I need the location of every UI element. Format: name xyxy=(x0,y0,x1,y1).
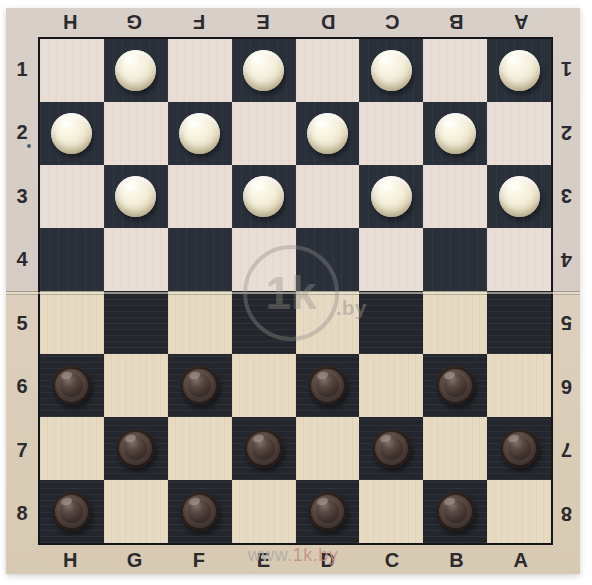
square-b8[interactable] xyxy=(423,480,487,543)
square-g8[interactable] xyxy=(104,480,168,543)
file-label-top-a: A xyxy=(489,8,553,37)
file-label-top-g: G xyxy=(102,8,166,37)
black-checker-a7[interactable] xyxy=(500,429,539,468)
white-checker-e1[interactable] xyxy=(243,50,284,91)
square-f4[interactable] xyxy=(168,228,232,291)
square-g1[interactable] xyxy=(104,39,168,102)
white-checker-h2[interactable] xyxy=(51,113,92,154)
square-g7[interactable] xyxy=(104,417,168,480)
square-a7[interactable] xyxy=(487,417,551,480)
rank-label-left-3: 3 xyxy=(6,164,38,228)
rank-label-left-5: 5 xyxy=(6,291,38,355)
square-h5[interactable] xyxy=(40,291,104,354)
square-f3[interactable] xyxy=(168,165,232,228)
square-g2[interactable] xyxy=(104,102,168,165)
square-e6[interactable] xyxy=(232,354,296,417)
square-d2[interactable] xyxy=(296,102,360,165)
square-c2[interactable] xyxy=(359,102,423,165)
square-b3[interactable] xyxy=(423,165,487,228)
square-f6[interactable] xyxy=(168,354,232,417)
photo-background: HGFEDCBA HGFEDCBA 12345678 12345678 1k .… xyxy=(0,0,592,585)
black-checker-d6[interactable] xyxy=(308,366,347,405)
ink-dot-mark xyxy=(27,144,31,148)
white-checker-a1[interactable] xyxy=(499,50,540,91)
file-label-top-f: F xyxy=(167,8,231,37)
square-h2[interactable] xyxy=(40,102,104,165)
watermark-url-prefix: www. xyxy=(248,545,293,565)
square-g5[interactable] xyxy=(104,291,168,354)
square-e2[interactable] xyxy=(232,102,296,165)
file-label-top-c: C xyxy=(360,8,424,37)
rank-label-right-5: 5 xyxy=(553,291,580,355)
square-c5[interactable] xyxy=(359,291,423,354)
black-checker-h8[interactable] xyxy=(52,492,91,531)
square-b7[interactable] xyxy=(423,417,487,480)
square-b2[interactable] xyxy=(423,102,487,165)
square-e1[interactable] xyxy=(232,39,296,102)
square-h1[interactable] xyxy=(40,39,104,102)
square-c7[interactable] xyxy=(359,417,423,480)
rank-label-left-4: 4 xyxy=(6,228,38,292)
square-d6[interactable] xyxy=(296,354,360,417)
square-d8[interactable] xyxy=(296,480,360,543)
square-a2[interactable] xyxy=(487,102,551,165)
square-c6[interactable] xyxy=(359,354,423,417)
rank-label-right-6: 6 xyxy=(553,355,580,419)
black-checker-b6[interactable] xyxy=(436,366,475,405)
square-b6[interactable] xyxy=(423,354,487,417)
black-checker-d8[interactable] xyxy=(308,492,347,531)
square-f8[interactable] xyxy=(168,480,232,543)
watermark-logo-suffix: .by xyxy=(336,296,366,320)
square-g4[interactable] xyxy=(104,228,168,291)
black-checker-b8[interactable] xyxy=(436,492,475,531)
rank-label-right-3: 3 xyxy=(553,164,580,228)
black-checker-c7[interactable] xyxy=(372,429,411,468)
checkers-board: HGFEDCBA HGFEDCBA 12345678 12345678 1k .… xyxy=(6,8,580,574)
black-checker-e7[interactable] xyxy=(244,429,283,468)
square-f2[interactable] xyxy=(168,102,232,165)
square-c3[interactable] xyxy=(359,165,423,228)
square-f7[interactable] xyxy=(168,417,232,480)
square-h8[interactable] xyxy=(40,480,104,543)
watermark-logo-icon: 1k xyxy=(243,245,339,341)
square-c8[interactable] xyxy=(359,480,423,543)
white-checker-a3[interactable] xyxy=(499,176,540,217)
white-checker-e3[interactable] xyxy=(243,176,284,217)
square-g3[interactable] xyxy=(104,165,168,228)
square-c1[interactable] xyxy=(359,39,423,102)
rank-label-right-7: 7 xyxy=(553,418,580,482)
black-checker-f6[interactable] xyxy=(180,366,219,405)
watermark-url: www.1k.by xyxy=(6,545,580,566)
square-h3[interactable] xyxy=(40,165,104,228)
file-label-top-b: B xyxy=(424,8,488,37)
square-h7[interactable] xyxy=(40,417,104,480)
square-a4[interactable] xyxy=(487,228,551,291)
square-d1[interactable] xyxy=(296,39,360,102)
square-d3[interactable] xyxy=(296,165,360,228)
white-checker-c3[interactable] xyxy=(371,176,412,217)
black-checker-f8[interactable] xyxy=(180,492,219,531)
white-checker-g1[interactable] xyxy=(115,50,156,91)
rank-label-right-8: 8 xyxy=(553,482,580,546)
square-b4[interactable] xyxy=(423,228,487,291)
file-label-top-e: E xyxy=(231,8,295,37)
square-b5[interactable] xyxy=(423,291,487,354)
square-g6[interactable] xyxy=(104,354,168,417)
square-a1[interactable] xyxy=(487,39,551,102)
square-h4[interactable] xyxy=(40,228,104,291)
white-checker-f2[interactable] xyxy=(179,113,220,154)
rank-label-left-2: 2 xyxy=(6,101,38,165)
square-d7[interactable] xyxy=(296,417,360,480)
watermark-url-brand: 1k.by xyxy=(293,545,339,565)
white-checker-d2[interactable] xyxy=(307,113,348,154)
square-a5[interactable] xyxy=(487,291,551,354)
rank-label-left-1: 1 xyxy=(6,37,38,101)
square-e7[interactable] xyxy=(232,417,296,480)
watermark-logo-text: 1k xyxy=(265,266,316,320)
rank-label-left-6: 6 xyxy=(6,355,38,419)
white-checker-g3[interactable] xyxy=(115,176,156,217)
white-checker-c1[interactable] xyxy=(371,50,412,91)
square-a8[interactable] xyxy=(487,480,551,543)
labels-top: HGFEDCBA xyxy=(38,8,553,37)
square-e8[interactable] xyxy=(232,480,296,543)
rank-label-left-7: 7 xyxy=(6,418,38,482)
square-h6[interactable] xyxy=(40,354,104,417)
square-e3[interactable] xyxy=(232,165,296,228)
rank-label-right-1: 1 xyxy=(553,37,580,101)
square-f5[interactable] xyxy=(168,291,232,354)
square-a6[interactable] xyxy=(487,354,551,417)
black-checker-h6[interactable] xyxy=(52,366,91,405)
square-b1[interactable] xyxy=(423,39,487,102)
rank-label-right-2: 2 xyxy=(553,101,580,165)
white-checker-b2[interactable] xyxy=(435,113,476,154)
rank-label-right-4: 4 xyxy=(553,228,580,292)
square-f1[interactable] xyxy=(168,39,232,102)
file-label-top-h: H xyxy=(38,8,102,37)
square-c4[interactable] xyxy=(359,228,423,291)
rank-label-left-8: 8 xyxy=(6,482,38,546)
square-a3[interactable] xyxy=(487,165,551,228)
file-label-top-d: D xyxy=(296,8,360,37)
black-checker-g7[interactable] xyxy=(116,429,155,468)
